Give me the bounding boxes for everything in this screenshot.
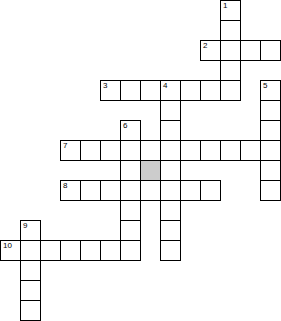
grid-cell[interactable]	[160, 240, 181, 261]
clue-number: 9	[23, 222, 27, 230]
grid-cell[interactable]: 9	[20, 220, 41, 241]
grid-cell[interactable]	[120, 160, 141, 181]
grid-cell[interactable]: 6	[120, 120, 141, 141]
clue-number: 5	[263, 82, 267, 90]
grid-cell[interactable]	[260, 140, 281, 161]
grid-cell[interactable]: 3	[100, 80, 121, 101]
clue-number: 7	[63, 142, 67, 150]
grid-cell[interactable]	[180, 140, 201, 161]
grid-cell[interactable]	[140, 140, 161, 161]
grid-cell[interactable]	[140, 80, 161, 101]
grid-cell[interactable]	[260, 180, 281, 201]
grid-cell[interactable]	[120, 80, 141, 101]
grid-cell[interactable]	[60, 240, 81, 261]
grid-cell[interactable]	[160, 180, 181, 201]
clue-number: 4	[163, 82, 167, 90]
grid-cell[interactable]	[240, 40, 261, 61]
grid-cell[interactable]: 4	[160, 80, 181, 101]
grid-cell[interactable]	[160, 200, 181, 221]
grid-cell[interactable]	[100, 140, 121, 161]
grid-cell[interactable]: 2	[200, 40, 221, 61]
clue-number: 10	[3, 242, 12, 250]
clue-number: 3	[103, 82, 107, 90]
clue-number: 2	[203, 42, 207, 50]
grid-cell[interactable]	[180, 180, 201, 201]
shaded-cell[interactable]	[140, 160, 161, 181]
grid-cell[interactable]	[220, 60, 241, 81]
grid-cell[interactable]	[100, 180, 121, 201]
grid-cell[interactable]	[120, 200, 141, 221]
grid-cell[interactable]: 1	[220, 0, 241, 21]
grid-cell[interactable]	[220, 80, 241, 101]
grid-cell[interactable]	[160, 220, 181, 241]
grid-cell[interactable]	[160, 140, 181, 161]
grid-cell[interactable]	[220, 140, 241, 161]
grid-cell[interactable]	[260, 40, 281, 61]
grid-cell[interactable]	[80, 180, 101, 201]
grid-cell[interactable]	[220, 20, 241, 41]
grid-cell[interactable]	[80, 240, 101, 261]
grid-cell[interactable]	[120, 180, 141, 201]
grid-cell[interactable]	[200, 80, 221, 101]
grid-cell[interactable]: 5	[260, 80, 281, 101]
grid-cell[interactable]	[260, 160, 281, 181]
grid-cell[interactable]: 8	[60, 180, 81, 201]
grid-cell[interactable]	[140, 180, 161, 201]
grid-cell[interactable]	[80, 140, 101, 161]
grid-cell[interactable]	[240, 140, 261, 161]
grid-cell[interactable]: 7	[60, 140, 81, 161]
grid-cell[interactable]	[20, 300, 41, 321]
grid-cell[interactable]	[220, 40, 241, 61]
grid-cell[interactable]	[260, 100, 281, 121]
grid-cell[interactable]	[20, 280, 41, 301]
grid-cell[interactable]	[160, 160, 181, 181]
clue-number: 1	[223, 2, 227, 10]
grid-cell[interactable]	[180, 80, 201, 101]
grid-cell[interactable]	[120, 220, 141, 241]
grid-cell[interactable]	[20, 260, 41, 281]
grid-cell[interactable]	[100, 240, 121, 261]
grid-cell[interactable]	[260, 120, 281, 141]
grid-cell[interactable]	[120, 240, 141, 261]
grid-cell[interactable]	[20, 240, 41, 261]
crossword-grid: 12345678910	[0, 0, 281, 321]
grid-cell[interactable]	[40, 240, 61, 261]
grid-cell[interactable]: 10	[0, 240, 21, 261]
clue-number: 6	[123, 122, 127, 130]
grid-cell[interactable]	[200, 140, 221, 161]
grid-cell[interactable]	[160, 120, 181, 141]
grid-cell[interactable]	[200, 180, 221, 201]
grid-cell[interactable]	[160, 100, 181, 121]
grid-cell[interactable]	[120, 140, 141, 161]
clue-number: 8	[63, 182, 67, 190]
